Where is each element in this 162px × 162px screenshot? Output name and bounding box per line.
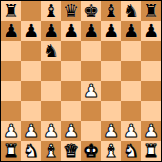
- piece-white-bishop-f1[interactable]: ♝: [103, 141, 119, 161]
- square-d6[interactable]: [61, 41, 81, 61]
- piece-black-pawn-f7[interactable]: ♟: [103, 21, 119, 41]
- square-f5[interactable]: [101, 61, 121, 81]
- piece-black-pawn-d7[interactable]: ♟: [63, 21, 79, 41]
- square-a5[interactable]: [1, 61, 21, 81]
- piece-black-rook-a8[interactable]: ♜: [3, 1, 19, 21]
- piece-white-pawn-a2[interactable]: ♟: [3, 121, 19, 141]
- square-b2[interactable]: ♟: [21, 121, 41, 141]
- square-g2[interactable]: ♟: [121, 121, 141, 141]
- piece-white-queen-d1[interactable]: ♛: [63, 141, 79, 161]
- piece-black-bishop-f8[interactable]: ♝: [103, 1, 119, 21]
- square-d4[interactable]: [61, 81, 81, 101]
- piece-black-pawn-g7[interactable]: ♟: [123, 21, 139, 41]
- square-g7[interactable]: ♟: [121, 21, 141, 41]
- square-b5[interactable]: [21, 61, 41, 81]
- square-a3[interactable]: [1, 101, 21, 121]
- square-c4[interactable]: [41, 81, 61, 101]
- square-e4[interactable]: ♟: [81, 81, 101, 101]
- square-e8[interactable]: ♚: [81, 1, 101, 21]
- piece-white-rook-a1[interactable]: ♜: [3, 141, 19, 161]
- piece-white-pawn-h2[interactable]: ♟: [143, 121, 159, 141]
- square-f8[interactable]: ♝: [101, 1, 121, 21]
- piece-black-pawn-h7[interactable]: ♟: [143, 21, 159, 41]
- square-c5[interactable]: [41, 61, 61, 81]
- piece-white-knight-b1[interactable]: ♞: [23, 141, 39, 161]
- piece-black-pawn-e7[interactable]: ♟: [83, 21, 99, 41]
- square-e3[interactable]: [81, 101, 101, 121]
- square-a2[interactable]: ♟: [1, 121, 21, 141]
- square-d7[interactable]: ♟: [61, 21, 81, 41]
- square-h6[interactable]: [141, 41, 161, 61]
- square-f4[interactable]: [101, 81, 121, 101]
- square-c3[interactable]: [41, 101, 61, 121]
- square-h3[interactable]: [141, 101, 161, 121]
- piece-black-pawn-c7[interactable]: ♟: [43, 21, 59, 41]
- square-d2[interactable]: ♟: [61, 121, 81, 141]
- square-c8[interactable]: ♝: [41, 1, 61, 21]
- square-b8[interactable]: [21, 1, 41, 21]
- square-e6[interactable]: [81, 41, 101, 61]
- square-b7[interactable]: ♟: [21, 21, 41, 41]
- square-b6[interactable]: [21, 41, 41, 61]
- square-h4[interactable]: [141, 81, 161, 101]
- square-b3[interactable]: [21, 101, 41, 121]
- piece-white-pawn-f2[interactable]: ♟: [103, 121, 119, 141]
- piece-black-rook-h8[interactable]: ♜: [143, 1, 159, 21]
- square-d8[interactable]: ♛: [61, 1, 81, 21]
- piece-white-pawn-d2[interactable]: ♟: [63, 121, 79, 141]
- piece-white-rook-h1[interactable]: ♜: [143, 141, 159, 161]
- square-e1[interactable]: ♚: [81, 141, 101, 161]
- square-c2[interactable]: ♟: [41, 121, 61, 141]
- square-g8[interactable]: ♞: [121, 1, 141, 21]
- square-c6[interactable]: ♞: [41, 41, 61, 61]
- square-b1[interactable]: ♞: [21, 141, 41, 161]
- piece-black-bishop-c8[interactable]: ♝: [43, 1, 59, 21]
- square-f2[interactable]: ♟: [101, 121, 121, 141]
- square-f6[interactable]: [101, 41, 121, 61]
- square-c1[interactable]: ♝: [41, 141, 61, 161]
- square-h5[interactable]: [141, 61, 161, 81]
- piece-white-king-e1[interactable]: ♚: [83, 141, 99, 161]
- square-c7[interactable]: ♟: [41, 21, 61, 41]
- square-g5[interactable]: [121, 61, 141, 81]
- square-a4[interactable]: [1, 81, 21, 101]
- square-e2[interactable]: [81, 121, 101, 141]
- square-g4[interactable]: [121, 81, 141, 101]
- square-f3[interactable]: [101, 101, 121, 121]
- square-h2[interactable]: ♟: [141, 121, 161, 141]
- square-a7[interactable]: ♟: [1, 21, 21, 41]
- piece-white-bishop-c1[interactable]: ♝: [43, 141, 59, 161]
- square-f7[interactable]: ♟: [101, 21, 121, 41]
- piece-black-pawn-b7[interactable]: ♟: [23, 21, 39, 41]
- square-d1[interactable]: ♛: [61, 141, 81, 161]
- square-d3[interactable]: [61, 101, 81, 121]
- square-d5[interactable]: [61, 61, 81, 81]
- chess-board: ♜♝♛♚♝♞♜♟♟♟♟♟♟♟♟♞♟♟♟♟♟♟♟♟♜♞♝♛♚♝♞♜: [0, 0, 162, 162]
- square-g6[interactable]: [121, 41, 141, 61]
- square-a8[interactable]: ♜: [1, 1, 21, 21]
- piece-black-queen-d8[interactable]: ♛: [63, 1, 79, 21]
- square-a1[interactable]: ♜: [1, 141, 21, 161]
- square-h8[interactable]: ♜: [141, 1, 161, 21]
- piece-white-pawn-c2[interactable]: ♟: [43, 121, 59, 141]
- piece-white-pawn-b2[interactable]: ♟: [23, 121, 39, 141]
- piece-black-king-e8[interactable]: ♚: [83, 1, 99, 21]
- piece-white-knight-g1[interactable]: ♞: [123, 141, 139, 161]
- square-g3[interactable]: [121, 101, 141, 121]
- piece-black-knight-g8[interactable]: ♞: [123, 1, 139, 21]
- square-b4[interactable]: [21, 81, 41, 101]
- square-h1[interactable]: ♜: [141, 141, 161, 161]
- piece-white-pawn-g2[interactable]: ♟: [123, 121, 139, 141]
- square-g1[interactable]: ♞: [121, 141, 141, 161]
- chess-board-grid: ♜♝♛♚♝♞♜♟♟♟♟♟♟♟♟♞♟♟♟♟♟♟♟♟♜♞♝♛♚♝♞♜: [1, 1, 161, 161]
- square-h7[interactable]: ♟: [141, 21, 161, 41]
- square-a6[interactable]: [1, 41, 21, 61]
- square-e7[interactable]: ♟: [81, 21, 101, 41]
- square-f1[interactable]: ♝: [101, 141, 121, 161]
- piece-black-knight-c6[interactable]: ♞: [43, 41, 59, 61]
- piece-black-pawn-a7[interactable]: ♟: [3, 21, 19, 41]
- square-e5[interactable]: [81, 61, 101, 81]
- piece-white-pawn-e4[interactable]: ♟: [83, 81, 99, 101]
